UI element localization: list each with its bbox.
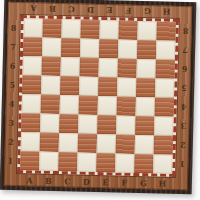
square-b6[interactable] [41,57,60,76]
square-g3[interactable] [135,116,154,135]
rank-label-left-1: 1 [4,151,16,170]
square-h5[interactable] [155,78,174,97]
square-h3[interactable] [154,116,173,135]
square-e4[interactable] [98,96,117,115]
file-labels-bottom: ABCDEFGH [20,174,172,190]
rank-label-right-7: 7 [179,41,191,60]
square-a6[interactable] [22,56,41,75]
square-c1[interactable] [58,152,77,171]
square-e3[interactable] [97,115,116,134]
square-g7[interactable] [137,40,156,59]
file-label-top-b: B [43,3,62,15]
square-b1[interactable] [39,152,58,171]
square-e8[interactable] [99,20,118,39]
file-label-bottom-b: B [39,175,58,187]
square-g4[interactable] [136,97,155,116]
file-label-top-h: H [157,5,176,17]
chess-board: ABCDEFGH ABCDEFGH 87654321 87654321 [0,0,196,194]
file-label-bottom-g: G [134,177,153,189]
square-e2[interactable] [97,134,116,153]
rank-label-right-5: 5 [178,79,190,98]
square-f7[interactable] [118,39,137,58]
square-b4[interactable] [41,95,60,114]
rank-label-right-8: 8 [179,22,191,41]
square-d3[interactable] [78,115,97,134]
square-a2[interactable] [21,132,40,151]
file-label-top-f: F [119,4,138,16]
square-d7[interactable] [80,39,99,58]
square-b3[interactable] [40,114,59,133]
rank-label-left-7: 7 [7,37,19,56]
square-f2[interactable] [116,134,135,153]
rank-label-left-3: 3 [5,113,17,132]
rank-label-right-1: 1 [176,155,188,174]
rank-label-left-8: 8 [7,18,19,37]
board-frame: ABCDEFGH ABCDEFGH 87654321 87654321 [4,2,192,190]
square-h8[interactable] [156,21,175,40]
square-c2[interactable] [59,133,78,152]
square-f5[interactable] [117,77,136,96]
rank-label-right-6: 6 [178,60,190,79]
file-label-bottom-c: C [58,175,77,187]
square-d1[interactable] [77,153,96,172]
square-c7[interactable] [61,38,80,57]
square-f3[interactable] [116,115,135,134]
square-g1[interactable] [134,154,153,173]
decorative-ribbon-border [17,15,179,177]
square-c6[interactable] [60,57,79,76]
photo-background: ABCDEFGH ABCDEFGH 87654321 87654321 [0,0,200,200]
square-a7[interactable] [23,37,42,56]
square-g6[interactable] [136,59,155,78]
square-f4[interactable] [117,96,136,115]
square-b7[interactable] [42,38,61,57]
rank-label-left-6: 6 [6,56,18,75]
square-e7[interactable] [99,39,118,58]
square-c4[interactable] [60,95,79,114]
square-b8[interactable] [42,19,61,38]
rank-labels-right: 87654321 [176,22,192,174]
square-a1[interactable] [20,151,39,170]
rank-label-right-2: 2 [177,136,189,155]
rank-label-left-2: 2 [5,132,17,151]
square-f1[interactable] [115,153,134,172]
square-h4[interactable] [155,97,174,116]
square-c5[interactable] [60,76,79,95]
square-h2[interactable] [154,135,173,154]
square-d8[interactable] [80,20,99,39]
file-label-top-g: G [138,5,157,17]
file-label-bottom-h: H [153,177,172,189]
square-e5[interactable] [98,77,117,96]
rank-label-left-4: 4 [6,94,18,113]
square-f8[interactable] [118,20,137,39]
square-e6[interactable] [98,58,117,77]
square-d6[interactable] [79,58,98,77]
file-label-bottom-d: D [77,176,96,188]
square-h1[interactable] [153,154,172,173]
file-label-top-d: D [81,4,100,16]
file-label-top-c: C [62,3,81,15]
square-g5[interactable] [136,78,155,97]
file-label-top-e: E [100,4,119,16]
square-a5[interactable] [22,75,41,94]
square-h7[interactable] [156,40,175,59]
file-label-top-a: A [24,2,43,14]
square-c8[interactable] [61,19,80,38]
square-b5[interactable] [41,76,60,95]
square-a8[interactable] [23,18,42,37]
file-label-bottom-e: E [96,176,115,188]
square-a4[interactable] [22,94,41,113]
square-e1[interactable] [96,153,115,172]
rank-label-right-4: 4 [178,98,190,117]
square-a3[interactable] [21,113,40,132]
square-h6[interactable] [155,59,174,78]
square-f6[interactable] [117,58,136,77]
square-d2[interactable] [78,134,97,153]
squares-grid [20,18,176,174]
square-b2[interactable] [40,133,59,152]
square-d5[interactable] [79,77,98,96]
file-label-bottom-a: A [20,174,39,186]
square-c3[interactable] [59,114,78,133]
rank-label-right-3: 3 [177,117,189,136]
square-d4[interactable] [79,96,98,115]
file-label-bottom-f: F [115,176,134,188]
square-g8[interactable] [137,21,156,40]
square-g2[interactable] [135,135,154,154]
rank-label-left-5: 5 [6,75,18,94]
